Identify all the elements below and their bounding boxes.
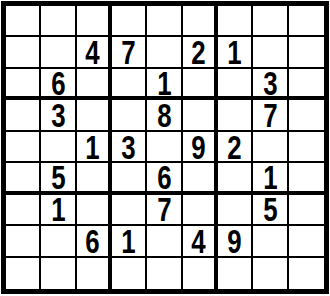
cell-r6c3[interactable] bbox=[77, 163, 112, 194]
cell-r3c2[interactable]: 6 bbox=[41, 69, 76, 100]
cell-r8c7[interactable]: 9 bbox=[218, 226, 253, 257]
sudoku-board-wrapper: 472161338713925611756149 bbox=[0, 0, 330, 296]
cell-r5c8[interactable] bbox=[253, 132, 288, 163]
given-digit: 5 bbox=[263, 195, 277, 226]
cell-r9c1[interactable] bbox=[6, 258, 41, 289]
cell-r5c1[interactable] bbox=[6, 132, 41, 163]
given-digit: 1 bbox=[85, 132, 99, 163]
cell-r5c4[interactable]: 3 bbox=[112, 132, 147, 163]
cell-r7c5[interactable]: 7 bbox=[147, 195, 182, 226]
cell-r1c5[interactable] bbox=[147, 6, 182, 37]
given-digit: 7 bbox=[121, 37, 135, 68]
cell-r9c3[interactable] bbox=[77, 258, 112, 289]
cell-r1c9[interactable] bbox=[289, 6, 324, 37]
cell-r8c3[interactable]: 6 bbox=[77, 226, 112, 257]
given-digit: 1 bbox=[121, 226, 135, 257]
cell-r6c1[interactable] bbox=[6, 163, 41, 194]
given-digit: 2 bbox=[227, 132, 241, 163]
cell-r2c7[interactable]: 1 bbox=[218, 37, 253, 68]
cell-r5c5[interactable] bbox=[147, 132, 182, 163]
cell-r3c9[interactable] bbox=[289, 69, 324, 100]
given-digit: 3 bbox=[121, 132, 135, 163]
cell-r4c9[interactable] bbox=[289, 100, 324, 131]
cell-r9c4[interactable] bbox=[112, 258, 147, 289]
cell-r7c8[interactable]: 5 bbox=[253, 195, 288, 226]
cell-r9c5[interactable] bbox=[147, 258, 182, 289]
cell-r1c6[interactable] bbox=[183, 6, 218, 37]
cell-r2c3[interactable]: 4 bbox=[77, 37, 112, 68]
cell-r6c5[interactable]: 6 bbox=[147, 163, 182, 194]
cell-r5c3[interactable]: 1 bbox=[77, 132, 112, 163]
given-digit: 6 bbox=[157, 163, 171, 194]
cell-r8c6[interactable]: 4 bbox=[183, 226, 218, 257]
cell-r6c9[interactable] bbox=[289, 163, 324, 194]
cell-r9c8[interactable] bbox=[253, 258, 288, 289]
cell-r4c4[interactable] bbox=[112, 100, 147, 131]
cell-r7c6[interactable] bbox=[183, 195, 218, 226]
given-digit: 4 bbox=[191, 226, 205, 257]
cell-r1c1[interactable] bbox=[6, 6, 41, 37]
cell-r4c6[interactable] bbox=[183, 100, 218, 131]
cell-r2c8[interactable] bbox=[253, 37, 288, 68]
cell-r4c2[interactable]: 3 bbox=[41, 100, 76, 131]
cell-r9c6[interactable] bbox=[183, 258, 218, 289]
cell-r6c4[interactable] bbox=[112, 163, 147, 194]
cell-r6c8[interactable]: 1 bbox=[253, 163, 288, 194]
cell-r3c4[interactable] bbox=[112, 69, 147, 100]
cell-r1c7[interactable] bbox=[218, 6, 253, 37]
cell-r9c2[interactable] bbox=[41, 258, 76, 289]
cell-r4c1[interactable] bbox=[6, 100, 41, 131]
cell-r4c3[interactable] bbox=[77, 100, 112, 131]
given-digit: 7 bbox=[263, 100, 277, 131]
cell-r7c2[interactable]: 1 bbox=[41, 195, 76, 226]
cell-r6c7[interactable] bbox=[218, 163, 253, 194]
cell-r7c4[interactable] bbox=[112, 195, 147, 226]
given-digit: 1 bbox=[157, 69, 171, 100]
cell-r3c5[interactable]: 1 bbox=[147, 69, 182, 100]
given-digit: 1 bbox=[227, 37, 241, 68]
cell-r3c3[interactable] bbox=[77, 69, 112, 100]
cell-r7c3[interactable] bbox=[77, 195, 112, 226]
cell-r7c9[interactable] bbox=[289, 195, 324, 226]
cell-r3c7[interactable] bbox=[218, 69, 253, 100]
given-digit: 3 bbox=[51, 100, 65, 131]
cell-r8c1[interactable] bbox=[6, 226, 41, 257]
cell-r3c1[interactable] bbox=[6, 69, 41, 100]
given-digit: 6 bbox=[51, 69, 65, 100]
cell-r9c7[interactable] bbox=[218, 258, 253, 289]
cell-r4c7[interactable] bbox=[218, 100, 253, 131]
cell-r5c9[interactable] bbox=[289, 132, 324, 163]
cell-r9c9[interactable] bbox=[289, 258, 324, 289]
cell-r5c6[interactable]: 9 bbox=[183, 132, 218, 163]
cell-r1c2[interactable] bbox=[41, 6, 76, 37]
cell-r8c2[interactable] bbox=[41, 226, 76, 257]
cell-r2c4[interactable]: 7 bbox=[112, 37, 147, 68]
cell-r3c6[interactable] bbox=[183, 69, 218, 100]
cell-r5c7[interactable]: 2 bbox=[218, 132, 253, 163]
cell-r2c1[interactable] bbox=[6, 37, 41, 68]
cell-r7c7[interactable] bbox=[218, 195, 253, 226]
given-digit: 4 bbox=[85, 37, 99, 68]
cell-r2c2[interactable] bbox=[41, 37, 76, 68]
given-digit: 8 bbox=[157, 100, 171, 131]
cell-r8c8[interactable] bbox=[253, 226, 288, 257]
cell-r6c2[interactable]: 5 bbox=[41, 163, 76, 194]
given-digit: 7 bbox=[157, 195, 171, 226]
given-digit: 3 bbox=[263, 69, 277, 100]
given-digit: 6 bbox=[85, 226, 99, 257]
cell-r1c4[interactable] bbox=[112, 6, 147, 37]
given-digit: 2 bbox=[191, 37, 205, 68]
given-digit: 9 bbox=[227, 226, 241, 257]
given-digit: 1 bbox=[51, 195, 65, 226]
given-digit: 9 bbox=[191, 132, 205, 163]
cell-r1c3[interactable] bbox=[77, 6, 112, 37]
cell-r2c5[interactable] bbox=[147, 37, 182, 68]
cell-r8c9[interactable] bbox=[289, 226, 324, 257]
cell-r3c8[interactable]: 3 bbox=[253, 69, 288, 100]
cell-r4c5[interactable]: 8 bbox=[147, 100, 182, 131]
cell-r4c8[interactable]: 7 bbox=[253, 100, 288, 131]
cell-r8c4[interactable]: 1 bbox=[112, 226, 147, 257]
given-digit: 5 bbox=[51, 163, 65, 194]
cell-r5c2[interactable] bbox=[41, 132, 76, 163]
cell-r7c1[interactable] bbox=[6, 195, 41, 226]
cell-r2c9[interactable] bbox=[289, 37, 324, 68]
cell-r6c6[interactable] bbox=[183, 163, 218, 194]
sudoku-board: 472161338713925611756149 bbox=[1, 1, 329, 294]
cell-r2c6[interactable]: 2 bbox=[183, 37, 218, 68]
given-digit: 1 bbox=[263, 163, 277, 194]
cell-r8c5[interactable] bbox=[147, 226, 182, 257]
cell-r1c8[interactable] bbox=[253, 6, 288, 37]
